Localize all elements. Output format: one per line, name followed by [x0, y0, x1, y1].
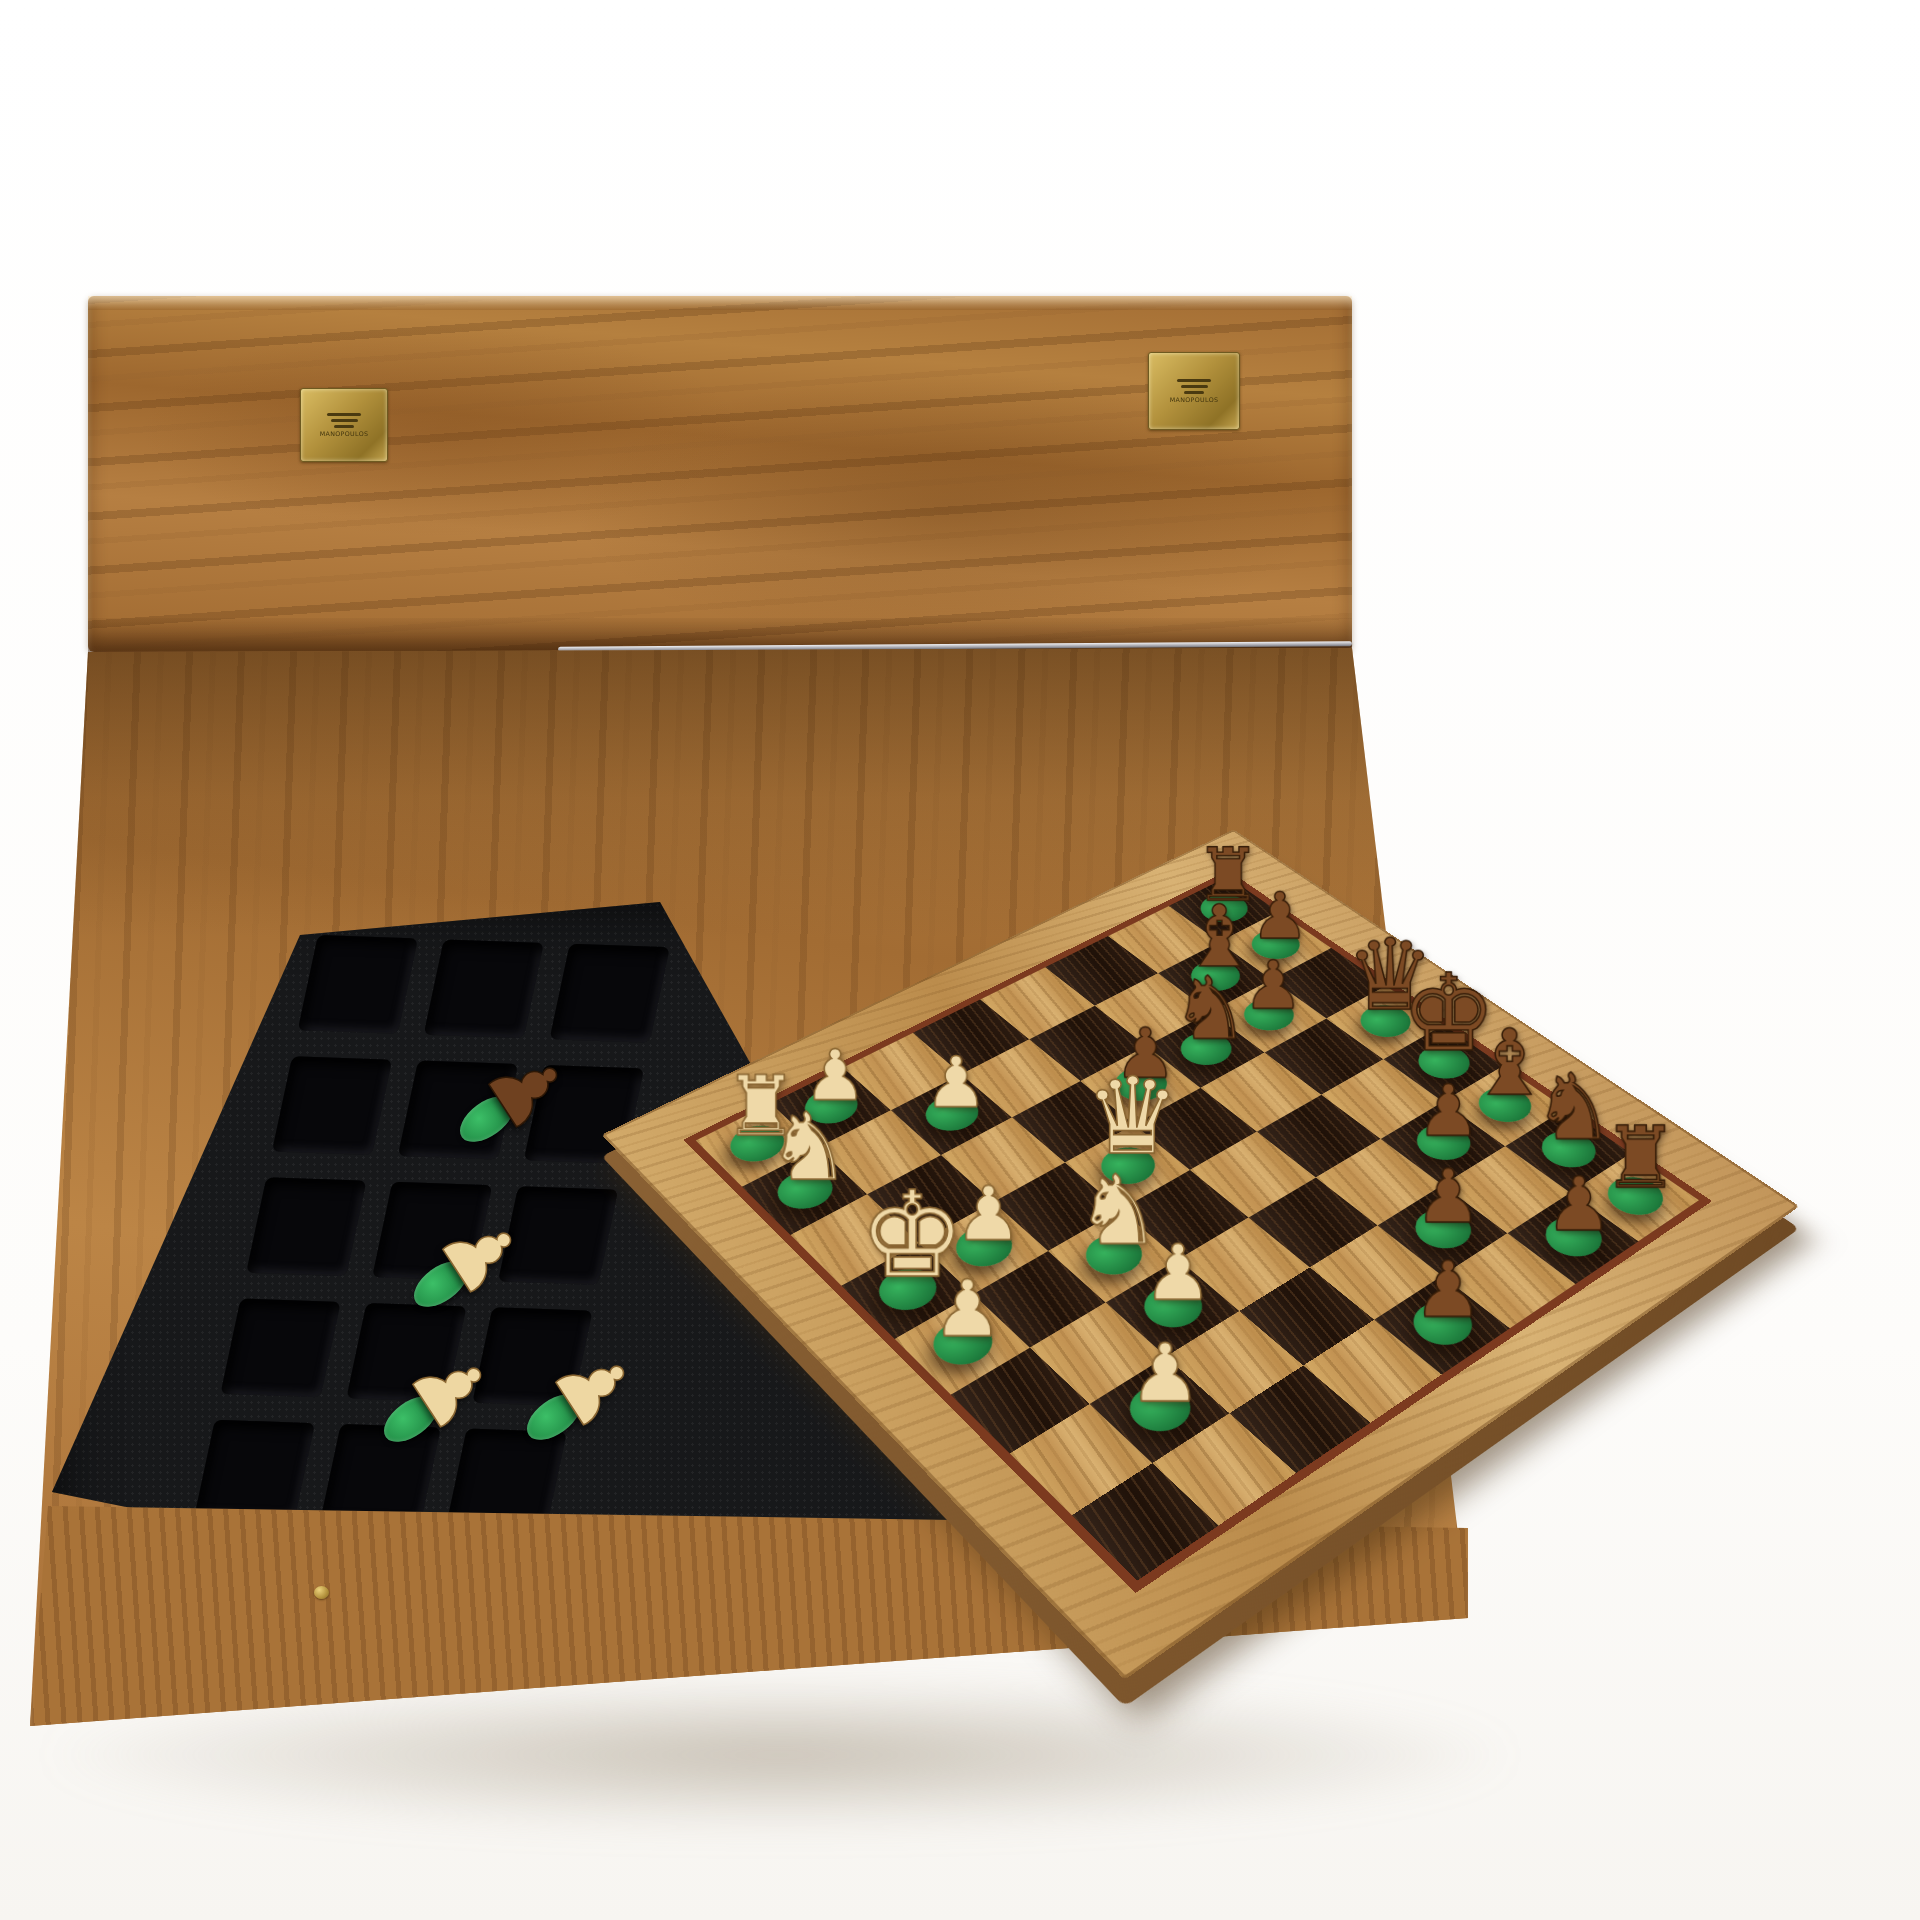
piece-brown-rook[interactable]: ♜ — [1602, 1115, 1678, 1200]
case-lid — [88, 296, 1352, 652]
piece-brown-pawn[interactable]: ♟ — [1545, 1167, 1612, 1242]
foam-compartment — [550, 944, 670, 1043]
brass-plaque-left: MANOPOULOS — [300, 388, 388, 462]
brand-logo-icon — [331, 419, 358, 422]
brand-logo-icon — [327, 413, 361, 416]
foam-compartment — [246, 1177, 366, 1276]
brand-logo-icon — [1177, 379, 1211, 382]
brand-logo-icon — [334, 425, 354, 428]
foam-compartment — [195, 1420, 315, 1519]
brand-logo-icon — [1184, 391, 1204, 394]
foam-compartment — [220, 1299, 340, 1398]
piece-brown-pawn[interactable]: ♟ — [1413, 1251, 1483, 1329]
brand-logo-icon — [1181, 385, 1208, 388]
foam-compartment — [424, 939, 544, 1038]
piece-white-pawn[interactable]: ♟ — [924, 1047, 987, 1117]
foam-compartment — [272, 1056, 392, 1155]
piece-white-pawn[interactable]: ♟ — [932, 1269, 1002, 1347]
piece-brown-pawn[interactable]: ♟ — [1251, 884, 1309, 948]
product-photo-scene: MANOPOULOS MANOPOULOS ♟ ♟ ♟ ♟ — [0, 0, 1920, 1920]
tray-piece-brown-pawn[interactable]: ♟ — [448, 1040, 598, 1170]
lid-top-edge — [88, 296, 1352, 310]
piece-brown-pawn[interactable]: ♟ — [1416, 1075, 1480, 1146]
brass-screw-left — [314, 1586, 329, 1599]
tray-piece-white-pawn[interactable]: ♟ — [372, 1340, 522, 1470]
piece-white-pawn[interactable]: ♟ — [1128, 1333, 1200, 1414]
brass-plaque-right: MANOPOULOS — [1148, 352, 1240, 430]
piece-brown-pawn[interactable]: ♟ — [1414, 1159, 1481, 1233]
brand-plaque-text: MANOPOULOS — [320, 431, 369, 437]
foam-compartment — [298, 935, 418, 1034]
tray-piece-white-pawn[interactable]: ♟ — [402, 1205, 552, 1335]
piece-white-pawn[interactable]: ♟ — [1143, 1234, 1212, 1311]
brand-plaque-text: MANOPOULOS — [1170, 397, 1219, 403]
tray-piece-white-pawn[interactable]: ♟ — [515, 1338, 665, 1468]
piece-white-knight[interactable]: ♞ — [767, 1101, 850, 1194]
piece-brown-knight[interactable]: ♞ — [1171, 966, 1249, 1053]
piece-brown-pawn[interactable]: ♟ — [1243, 952, 1303, 1019]
